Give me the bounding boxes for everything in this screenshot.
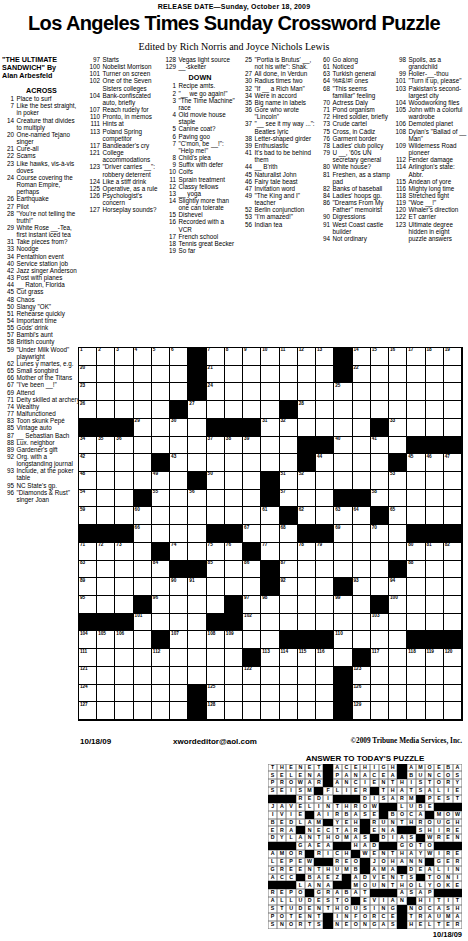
grid-cell[interactable]: 84 xyxy=(152,561,170,579)
grid-cell[interactable] xyxy=(134,561,152,579)
grid-cell[interactable] xyxy=(444,667,462,685)
grid-cell[interactable] xyxy=(280,366,298,384)
grid-cell[interactable] xyxy=(170,685,188,703)
grid-cell[interactable] xyxy=(280,383,298,401)
grid-cell[interactable]: 23 xyxy=(79,383,97,401)
grid-cell[interactable] xyxy=(444,596,462,614)
grid-cell[interactable] xyxy=(407,419,425,437)
grid-cell[interactable]: 28 xyxy=(298,401,316,419)
grid-cell[interactable] xyxy=(170,366,188,384)
grid-cell[interactable] xyxy=(316,401,334,419)
grid-cell[interactable]: 92 xyxy=(280,578,298,596)
grid-cell[interactable]: 53 xyxy=(389,472,407,490)
grid-cell[interactable]: 37 xyxy=(207,437,225,455)
grid-cell[interactable] xyxy=(261,614,279,632)
grid-cell[interactable] xyxy=(444,561,462,579)
grid-cell[interactable]: 47 xyxy=(444,454,462,472)
grid-cell[interactable]: 24 xyxy=(207,383,225,401)
grid-cell[interactable] xyxy=(389,543,407,561)
grid-cell[interactable]: 10 xyxy=(261,348,279,366)
grid-cell[interactable] xyxy=(188,419,206,437)
grid-cell[interactable] xyxy=(261,454,279,472)
grid-cell[interactable]: 129 xyxy=(353,702,371,720)
grid-cell[interactable] xyxy=(243,578,261,596)
grid-cell[interactable] xyxy=(407,702,425,720)
grid-cell[interactable] xyxy=(134,649,152,667)
grid-cell[interactable]: 89 xyxy=(79,578,97,596)
grid-cell[interactable] xyxy=(97,649,115,667)
grid-cell[interactable] xyxy=(353,401,371,419)
grid-cell[interactable] xyxy=(188,454,206,472)
grid-cell[interactable] xyxy=(334,454,352,472)
grid-cell[interactable] xyxy=(389,525,407,543)
grid-cell[interactable] xyxy=(225,472,243,490)
grid-cell[interactable]: 49 xyxy=(152,472,170,490)
grid-cell[interactable] xyxy=(243,631,261,649)
grid-cell[interactable]: 25 xyxy=(334,383,352,401)
grid-cell[interactable] xyxy=(134,454,152,472)
grid-cell[interactable]: 6 xyxy=(170,348,188,366)
grid-cell[interactable] xyxy=(444,472,462,490)
grid-cell[interactable] xyxy=(389,383,407,401)
grid-cell[interactable] xyxy=(316,614,334,632)
grid-cell[interactable] xyxy=(97,401,115,419)
grid-cell[interactable] xyxy=(407,490,425,508)
grid-cell[interactable] xyxy=(444,614,462,632)
grid-cell[interactable] xyxy=(298,419,316,437)
grid-cell[interactable] xyxy=(170,472,188,490)
grid-cell[interactable] xyxy=(316,685,334,703)
grid-cell[interactable] xyxy=(225,401,243,419)
grid-cell[interactable] xyxy=(243,472,261,490)
grid-cell[interactable] xyxy=(225,507,243,525)
grid-cell[interactable] xyxy=(426,702,444,720)
grid-cell[interactable] xyxy=(115,490,133,508)
grid-cell[interactable]: 17 xyxy=(407,348,425,366)
grid-cell[interactable] xyxy=(371,561,389,579)
grid-cell[interactable] xyxy=(188,525,206,543)
grid-cell[interactable] xyxy=(243,366,261,384)
grid-cell[interactable]: 100 xyxy=(389,596,407,614)
grid-cell[interactable] xyxy=(207,507,225,525)
grid-cell[interactable] xyxy=(152,437,170,455)
grid-cell[interactable] xyxy=(225,490,243,508)
grid-cell[interactable] xyxy=(243,702,261,720)
grid-cell[interactable] xyxy=(115,383,133,401)
grid-cell[interactable] xyxy=(316,667,334,685)
grid-cell[interactable]: 117 xyxy=(371,649,389,667)
grid-cell[interactable] xyxy=(407,667,425,685)
grid-cell[interactable] xyxy=(371,702,389,720)
grid-cell[interactable] xyxy=(188,614,206,632)
grid-cell[interactable]: 81 xyxy=(426,543,444,561)
grid-cell[interactable] xyxy=(353,525,371,543)
grid-cell[interactable]: 64 xyxy=(353,507,371,525)
grid-cell[interactable]: 118 xyxy=(407,649,425,667)
grid-cell[interactable] xyxy=(207,649,225,667)
grid-cell[interactable] xyxy=(170,667,188,685)
grid-cell[interactable] xyxy=(152,685,170,703)
grid-cell[interactable] xyxy=(389,490,407,508)
grid-cell[interactable] xyxy=(170,490,188,508)
grid-cell[interactable] xyxy=(298,578,316,596)
grid-cell[interactable] xyxy=(353,419,371,437)
grid-cell[interactable] xyxy=(426,419,444,437)
grid-cell[interactable] xyxy=(134,543,152,561)
grid-cell[interactable] xyxy=(115,596,133,614)
grid-cell[interactable]: 77 xyxy=(261,543,279,561)
grid-cell[interactable]: 69 xyxy=(334,525,352,543)
grid-cell[interactable]: 4 xyxy=(134,348,152,366)
grid-cell[interactable]: 62 xyxy=(298,507,316,525)
grid-cell[interactable] xyxy=(280,596,298,614)
grid-cell[interactable] xyxy=(261,631,279,649)
grid-cell[interactable] xyxy=(371,667,389,685)
grid-cell[interactable]: 15 xyxy=(371,348,389,366)
grid-cell[interactable] xyxy=(207,578,225,596)
grid-cell[interactable]: 91 xyxy=(188,578,206,596)
grid-cell[interactable]: 7 xyxy=(207,348,225,366)
grid-cell[interactable]: 127 xyxy=(79,702,97,720)
grid-cell[interactable] xyxy=(444,419,462,437)
grid-cell[interactable] xyxy=(426,490,444,508)
grid-cell[interactable] xyxy=(261,366,279,384)
grid-cell[interactable] xyxy=(152,702,170,720)
grid-cell[interactable] xyxy=(152,401,170,419)
grid-cell[interactable] xyxy=(225,383,243,401)
grid-cell[interactable]: 121 xyxy=(79,667,97,685)
grid-cell[interactable]: 112 xyxy=(152,649,170,667)
grid-cell[interactable] xyxy=(188,543,206,561)
grid-cell[interactable]: 11 xyxy=(280,348,298,366)
grid-cell[interactable]: 93 xyxy=(353,578,371,596)
grid-cell[interactable]: 8 xyxy=(225,348,243,366)
grid-cell[interactable] xyxy=(97,507,115,525)
grid-cell[interactable] xyxy=(353,454,371,472)
grid-cell[interactable] xyxy=(261,437,279,455)
grid-cell[interactable] xyxy=(353,437,371,455)
grid-cell[interactable] xyxy=(389,366,407,384)
grid-cell[interactable] xyxy=(407,472,425,490)
grid-cell[interactable]: 106 xyxy=(115,631,133,649)
grid-cell[interactable] xyxy=(115,366,133,384)
grid-cell[interactable]: 119 xyxy=(426,649,444,667)
grid-cell[interactable] xyxy=(426,667,444,685)
grid-cell[interactable] xyxy=(243,685,261,703)
grid-cell[interactable]: 71 xyxy=(79,543,97,561)
grid-cell[interactable]: 33 xyxy=(389,419,407,437)
grid-cell[interactable] xyxy=(371,383,389,401)
grid-cell[interactable] xyxy=(188,596,206,614)
grid-cell[interactable] xyxy=(334,419,352,437)
grid-cell[interactable] xyxy=(389,437,407,455)
grid-cell[interactable] xyxy=(298,366,316,384)
grid-cell[interactable]: 50 xyxy=(207,472,225,490)
grid-cell[interactable] xyxy=(207,401,225,419)
grid-cell[interactable] xyxy=(426,578,444,596)
grid-cell[interactable]: 54 xyxy=(79,490,97,508)
grid-cell[interactable]: 82 xyxy=(444,543,462,561)
grid-cell[interactable] xyxy=(353,631,371,649)
grid-cell[interactable] xyxy=(389,401,407,419)
grid-cell[interactable]: 31 xyxy=(261,419,279,437)
grid-cell[interactable] xyxy=(97,383,115,401)
grid-cell[interactable]: 86 xyxy=(243,561,261,579)
grid-cell[interactable]: 116 xyxy=(316,649,334,667)
grid-cell[interactable]: 61 xyxy=(261,507,279,525)
grid-cell[interactable]: 16 xyxy=(389,348,407,366)
grid-cell[interactable] xyxy=(353,383,371,401)
grid-cell[interactable]: 88 xyxy=(407,561,425,579)
grid-cell[interactable] xyxy=(371,578,389,596)
grid-cell[interactable]: 99 xyxy=(334,596,352,614)
grid-cell[interactable]: 57 xyxy=(280,490,298,508)
grid-cell[interactable] xyxy=(243,490,261,508)
grid-cell[interactable]: 36 xyxy=(115,437,133,455)
grid-cell[interactable] xyxy=(152,366,170,384)
grid-cell[interactable] xyxy=(207,667,225,685)
grid-cell[interactable]: 105 xyxy=(97,631,115,649)
grid-cell[interactable] xyxy=(298,561,316,579)
grid-cell[interactable] xyxy=(152,578,170,596)
grid-cell[interactable] xyxy=(353,543,371,561)
grid-cell[interactable] xyxy=(353,596,371,614)
grid-cell[interactable] xyxy=(298,614,316,632)
grid-cell[interactable] xyxy=(371,543,389,561)
grid-cell[interactable] xyxy=(407,507,425,525)
grid-cell[interactable] xyxy=(97,685,115,703)
grid-cell[interactable] xyxy=(170,383,188,401)
grid-cell[interactable] xyxy=(97,578,115,596)
grid-cell[interactable]: 87 xyxy=(280,561,298,579)
grid-cell[interactable] xyxy=(170,614,188,632)
grid-cell[interactable] xyxy=(316,419,334,437)
grid-cell[interactable]: 30 xyxy=(170,419,188,437)
grid-cell[interactable] xyxy=(444,490,462,508)
grid-cell[interactable]: 38 xyxy=(225,437,243,455)
grid-cell[interactable]: 74 xyxy=(170,543,188,561)
grid-cell[interactable] xyxy=(371,472,389,490)
grid-cell[interactable] xyxy=(170,649,188,667)
grid-cell[interactable] xyxy=(280,543,298,561)
grid-cell[interactable]: 32 xyxy=(280,419,298,437)
grid-cell[interactable]: 39 xyxy=(243,437,261,455)
grid-cell[interactable]: 120 xyxy=(444,649,462,667)
grid-cell[interactable] xyxy=(243,507,261,525)
grid-cell[interactable]: 44 xyxy=(316,454,334,472)
grid-cell[interactable]: 26 xyxy=(79,401,97,419)
grid-cell[interactable] xyxy=(426,561,444,579)
grid-cell[interactable]: 58 xyxy=(371,490,389,508)
grid-cell[interactable]: 102 xyxy=(243,614,261,632)
grid-cell[interactable] xyxy=(97,472,115,490)
grid-cell[interactable] xyxy=(225,667,243,685)
grid-cell[interactable] xyxy=(371,685,389,703)
grid-cell[interactable] xyxy=(261,525,279,543)
grid-cell[interactable]: 113 xyxy=(261,649,279,667)
grid-cell[interactable] xyxy=(97,366,115,384)
grid-cell[interactable] xyxy=(371,454,389,472)
grid-cell[interactable]: 95 xyxy=(79,596,97,614)
grid-cell[interactable] xyxy=(298,490,316,508)
grid-cell[interactable] xyxy=(170,525,188,543)
grid-cell[interactable]: 5 xyxy=(152,348,170,366)
grid-cell[interactable] xyxy=(188,507,206,525)
grid-cell[interactable]: 56 xyxy=(188,490,206,508)
grid-cell[interactable] xyxy=(407,578,425,596)
grid-cell[interactable] xyxy=(334,649,352,667)
grid-cell[interactable] xyxy=(280,437,298,455)
grid-cell[interactable]: 97 xyxy=(243,596,261,614)
grid-cell[interactable] xyxy=(280,667,298,685)
grid-cell[interactable] xyxy=(115,649,133,667)
grid-cell[interactable] xyxy=(371,401,389,419)
grid-cell[interactable] xyxy=(134,685,152,703)
grid-cell[interactable]: 1 xyxy=(79,348,97,366)
crossword-grid[interactable]: 1234567891011121314151617181920212223242… xyxy=(78,347,463,721)
grid-cell[interactable]: 20 xyxy=(79,366,97,384)
grid-cell[interactable] xyxy=(407,401,425,419)
grid-cell[interactable] xyxy=(298,667,316,685)
grid-cell[interactable]: 19 xyxy=(444,348,462,366)
grid-cell[interactable]: 66 xyxy=(134,525,152,543)
grid-cell[interactable]: 45 xyxy=(407,454,425,472)
grid-cell[interactable]: 18 xyxy=(426,348,444,366)
grid-cell[interactable]: 115 xyxy=(298,649,316,667)
grid-cell[interactable] xyxy=(115,561,133,579)
grid-cell[interactable] xyxy=(188,437,206,455)
grid-cell[interactable]: 104 xyxy=(79,631,97,649)
grid-cell[interactable]: 126 xyxy=(353,685,371,703)
grid-cell[interactable] xyxy=(243,383,261,401)
grid-cell[interactable] xyxy=(298,596,316,614)
grid-cell[interactable] xyxy=(152,667,170,685)
grid-cell[interactable] xyxy=(225,685,243,703)
grid-cell[interactable]: 2 xyxy=(97,348,115,366)
grid-cell[interactable] xyxy=(97,454,115,472)
grid-cell[interactable] xyxy=(316,702,334,720)
grid-cell[interactable]: 110 xyxy=(334,631,352,649)
grid-cell[interactable]: 42 xyxy=(79,454,97,472)
grid-cell[interactable] xyxy=(298,702,316,720)
grid-cell[interactable] xyxy=(170,596,188,614)
grid-cell[interactable] xyxy=(225,702,243,720)
grid-cell[interactable] xyxy=(334,401,352,419)
grid-cell[interactable] xyxy=(170,702,188,720)
grid-cell[interactable] xyxy=(188,649,206,667)
grid-cell[interactable]: 27 xyxy=(188,401,206,419)
grid-cell[interactable] xyxy=(225,649,243,667)
grid-cell[interactable]: 128 xyxy=(207,702,225,720)
grid-cell[interactable]: 72 xyxy=(97,543,115,561)
grid-cell[interactable]: 96 xyxy=(152,596,170,614)
grid-cell[interactable] xyxy=(115,685,133,703)
grid-cell[interactable]: 34 xyxy=(79,437,97,455)
grid-cell[interactable] xyxy=(261,401,279,419)
grid-cell[interactable] xyxy=(371,366,389,384)
grid-cell[interactable]: 9 xyxy=(243,348,261,366)
grid-cell[interactable] xyxy=(444,366,462,384)
grid-cell[interactable] xyxy=(316,472,334,490)
grid-cell[interactable]: 52 xyxy=(298,472,316,490)
grid-cell[interactable]: 59 xyxy=(79,507,97,525)
grid-cell[interactable] xyxy=(389,649,407,667)
grid-cell[interactable] xyxy=(115,667,133,685)
grid-cell[interactable] xyxy=(426,383,444,401)
grid-cell[interactable] xyxy=(225,561,243,579)
grid-cell[interactable] xyxy=(407,366,425,384)
grid-cell[interactable] xyxy=(152,383,170,401)
grid-cell[interactable] xyxy=(389,702,407,720)
grid-cell[interactable] xyxy=(97,702,115,720)
grid-cell[interactable] xyxy=(115,454,133,472)
grid-cell[interactable]: 73 xyxy=(115,543,133,561)
grid-cell[interactable] xyxy=(134,472,152,490)
grid-cell[interactable] xyxy=(444,702,462,720)
grid-cell[interactable]: 114 xyxy=(280,649,298,667)
grid-cell[interactable] xyxy=(243,454,261,472)
grid-cell[interactable]: 22 xyxy=(353,366,371,384)
grid-cell[interactable] xyxy=(334,472,352,490)
grid-cell[interactable] xyxy=(444,383,462,401)
grid-cell[interactable]: 13 xyxy=(316,348,334,366)
grid-cell[interactable] xyxy=(207,490,225,508)
grid-cell[interactable] xyxy=(152,525,170,543)
grid-cell[interactable] xyxy=(115,472,133,490)
grid-cell[interactable] xyxy=(389,614,407,632)
grid-cell[interactable] xyxy=(261,685,279,703)
grid-cell[interactable] xyxy=(444,401,462,419)
grid-cell[interactable]: 103 xyxy=(371,614,389,632)
grid-cell[interactable]: 67 xyxy=(243,525,261,543)
grid-cell[interactable] xyxy=(225,578,243,596)
grid-cell[interactable]: 46 xyxy=(426,454,444,472)
grid-cell[interactable] xyxy=(316,507,334,525)
grid-cell[interactable]: 68 xyxy=(280,525,298,543)
grid-cell[interactable] xyxy=(298,383,316,401)
grid-cell[interactable] xyxy=(280,685,298,703)
grid-cell[interactable]: 12 xyxy=(298,348,316,366)
grid-cell[interactable]: 65 xyxy=(389,507,407,525)
grid-cell[interactable] xyxy=(115,702,133,720)
grid-cell[interactable]: 21 xyxy=(207,366,225,384)
grid-cell[interactable] xyxy=(170,437,188,455)
grid-cell[interactable] xyxy=(426,472,444,490)
grid-cell[interactable] xyxy=(97,561,115,579)
grid-cell[interactable]: 76 xyxy=(225,543,243,561)
grid-cell[interactable]: 80 xyxy=(407,543,425,561)
grid-cell[interactable]: 41 xyxy=(371,437,389,455)
grid-cell[interactable] xyxy=(316,578,334,596)
grid-cell[interactable] xyxy=(280,454,298,472)
grid-cell[interactable] xyxy=(444,685,462,703)
grid-cell[interactable]: 125 xyxy=(207,685,225,703)
grid-cell[interactable] xyxy=(134,578,152,596)
grid-cell[interactable]: 85 xyxy=(207,561,225,579)
grid-cell[interactable]: 79 xyxy=(316,543,334,561)
grid-cell[interactable] xyxy=(134,702,152,720)
grid-cell[interactable]: 83 xyxy=(79,561,97,579)
grid-cell[interactable]: 94 xyxy=(389,578,407,596)
grid-cell[interactable] xyxy=(134,667,152,685)
grid-cell[interactable] xyxy=(115,507,133,525)
grid-cell[interactable] xyxy=(353,561,371,579)
grid-cell[interactable] xyxy=(407,685,425,703)
grid-cell[interactable] xyxy=(115,578,133,596)
grid-cell[interactable] xyxy=(261,667,279,685)
grid-cell[interactable] xyxy=(152,507,170,525)
grid-cell[interactable] xyxy=(389,667,407,685)
